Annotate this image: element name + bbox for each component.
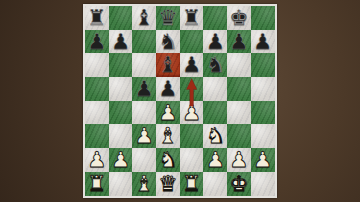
square-e8[interactable]: ♜ [180,6,204,30]
square-d7[interactable]: ♞ [156,30,180,54]
square-c1[interactable]: ♝ [132,172,156,196]
black-pawn-a7: ♟ [85,30,109,54]
square-f3[interactable]: ♞ [203,124,227,148]
black-knight-d7: ♞ [156,30,180,54]
white-rook-e1: ♜ [180,172,204,196]
square-b5[interactable] [109,77,133,101]
white-knight-f3: ♞ [203,124,227,148]
square-f1[interactable] [203,172,227,196]
square-b4[interactable] [109,101,133,125]
white-pawn-h2: ♟ [251,148,275,172]
square-a3[interactable] [85,124,109,148]
white-pawn-d4: ♟ [156,101,180,125]
square-f6[interactable]: ♞ [203,53,227,77]
black-rook-e8: ♜ [180,6,204,30]
white-pawn-f2: ♟ [203,148,227,172]
square-h3[interactable] [251,124,275,148]
square-g2[interactable]: ♟ [227,148,251,172]
square-d1[interactable]: ♛ [156,172,180,196]
square-g8[interactable]: ♚ [227,6,251,30]
square-g4[interactable] [227,101,251,125]
square-e1[interactable]: ♜ [180,172,204,196]
square-f4[interactable] [203,101,227,125]
square-d8[interactable]: ♛ [156,6,180,30]
black-king-g8: ♚ [227,6,251,30]
square-c5[interactable]: ♟ [132,77,156,101]
black-pawn-f7: ♟ [203,30,227,54]
square-e7[interactable] [180,30,204,54]
square-h5[interactable] [251,77,275,101]
square-a2[interactable]: ♟ [85,148,109,172]
square-e4[interactable]: ♟ [180,101,204,125]
square-h2[interactable]: ♟ [251,148,275,172]
square-d2[interactable]: ♞ [156,148,180,172]
white-pawn-e4: ♟ [180,101,204,125]
black-pawn-b7: ♟ [109,30,133,54]
square-b2[interactable]: ♟ [109,148,133,172]
black-rook-a8: ♜ [85,6,109,30]
square-c2[interactable] [132,148,156,172]
square-g3[interactable] [227,124,251,148]
square-c4[interactable] [132,101,156,125]
square-g5[interactable] [227,77,251,101]
square-c6[interactable] [132,53,156,77]
white-queen-d1: ♛ [156,172,180,196]
square-a7[interactable]: ♟ [85,30,109,54]
square-c7[interactable] [132,30,156,54]
white-knight-d2: ♞ [156,148,180,172]
chess-board: ♜♝♛♜♚♟♟♞♟♟♟♝♟♞♟♟♟♟♟♝♞♟♟♞♟♟♟♜♝♛♜♚ [85,6,275,196]
white-bishop-d3: ♝ [156,124,180,148]
black-queen-d8: ♛ [156,6,180,30]
square-f2[interactable]: ♟ [203,148,227,172]
black-pawn-h7: ♟ [251,30,275,54]
square-b6[interactable] [109,53,133,77]
square-h6[interactable] [251,53,275,77]
black-pawn-g7: ♟ [227,30,251,54]
black-bishop-c8: ♝ [132,6,156,30]
square-a8[interactable]: ♜ [85,6,109,30]
square-a5[interactable] [85,77,109,101]
square-h7[interactable]: ♟ [251,30,275,54]
square-f7[interactable]: ♟ [203,30,227,54]
square-c3[interactable]: ♟ [132,124,156,148]
square-d4[interactable]: ♟ [156,101,180,125]
white-bishop-c1: ♝ [132,172,156,196]
square-d6[interactable]: ♝ [156,53,180,77]
square-a4[interactable] [85,101,109,125]
black-pawn-d5: ♟ [156,77,180,101]
square-e5[interactable] [180,77,204,101]
white-pawn-c3: ♟ [132,124,156,148]
square-d3[interactable]: ♝ [156,124,180,148]
square-b7[interactable]: ♟ [109,30,133,54]
square-e6[interactable]: ♟ [180,53,204,77]
app-background: ♜♝♛♜♚♟♟♞♟♟♟♝♟♞♟♟♟♟♟♝♞♟♟♞♟♟♟♜♝♛♜♚ [0,0,360,202]
white-rook-a1: ♜ [85,172,109,196]
square-f8[interactable] [203,6,227,30]
square-b8[interactable] [109,6,133,30]
square-d5[interactable]: ♟ [156,77,180,101]
chess-board-frame: ♜♝♛♜♚♟♟♞♟♟♟♝♟♞♟♟♟♟♟♝♞♟♟♞♟♟♟♜♝♛♜♚ [83,4,277,198]
square-a1[interactable]: ♜ [85,172,109,196]
black-knight-f6: ♞ [203,53,227,77]
square-h1[interactable] [251,172,275,196]
black-pawn-c5: ♟ [132,77,156,101]
square-a6[interactable] [85,53,109,77]
white-pawn-g2: ♟ [227,148,251,172]
black-pawn-e6: ♟ [180,53,204,77]
square-h4[interactable] [251,101,275,125]
white-pawn-a2: ♟ [85,148,109,172]
white-king-g1: ♚ [227,172,251,196]
square-f5[interactable] [203,77,227,101]
square-g7[interactable]: ♟ [227,30,251,54]
black-bishop-d6: ♝ [156,53,180,77]
square-e2[interactable] [180,148,204,172]
square-h8[interactable] [251,6,275,30]
square-c8[interactable]: ♝ [132,6,156,30]
square-b3[interactable] [109,124,133,148]
square-g6[interactable] [227,53,251,77]
square-e3[interactable] [180,124,204,148]
white-pawn-b2: ♟ [109,148,133,172]
square-b1[interactable] [109,172,133,196]
square-g1[interactable]: ♚ [227,172,251,196]
